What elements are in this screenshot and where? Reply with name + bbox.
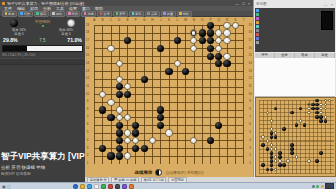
board-point-G15[interactable]	[140, 52, 148, 60]
board-point-O2[interactable]	[198, 152, 206, 160]
board-point-J18[interactable]	[157, 29, 165, 37]
board-point-E6[interactable]	[123, 121, 131, 129]
board-point-S18[interactable]	[231, 29, 239, 37]
board-point-H13[interactable]	[148, 68, 156, 76]
board-point-A11[interactable]	[90, 83, 98, 91]
board-point-O11[interactable]	[198, 83, 206, 91]
board-point-G14[interactable]	[140, 60, 148, 68]
board-point-C11[interactable]	[107, 83, 115, 91]
board-point-T8[interactable]	[240, 106, 248, 114]
board-point-B7[interactable]	[98, 114, 106, 122]
board-point-K15[interactable]	[165, 52, 173, 60]
board-point-H7[interactable]	[148, 114, 156, 122]
board-point-L17[interactable]	[173, 37, 181, 45]
board-point-K9[interactable]	[165, 98, 173, 106]
board-point-R9[interactable]	[223, 98, 231, 106]
board-point-C18[interactable]	[107, 29, 115, 37]
board-point-N4[interactable]	[190, 137, 198, 145]
board-point-G7[interactable]	[140, 114, 148, 122]
board-point-T12[interactable]	[240, 75, 248, 83]
board-point-M15[interactable]	[181, 52, 189, 60]
board-point-M12[interactable]	[181, 75, 189, 83]
board-point-J4[interactable]	[157, 137, 165, 145]
board-point-Q7[interactable]	[215, 114, 223, 122]
board-point-J5[interactable]	[157, 129, 165, 137]
board-point-C4[interactable]	[107, 137, 115, 145]
board-point-P6[interactable]	[206, 121, 214, 129]
board-point-B4[interactable]	[98, 137, 106, 145]
board-point-R11[interactable]	[223, 83, 231, 91]
board-point-H3[interactable]	[148, 145, 156, 153]
board-point-S1[interactable]	[231, 160, 239, 168]
panel-tool-icon-3[interactable]	[256, 21, 259, 24]
board-point-J11[interactable]	[157, 83, 165, 91]
board-point-Q14[interactable]	[215, 60, 223, 68]
board-point-J6[interactable]	[157, 121, 165, 129]
board-point-E15[interactable]	[123, 52, 131, 60]
toolbar-button-点目[interactable]: 点目	[145, 11, 160, 17]
board-point-O14[interactable]	[198, 60, 206, 68]
board-point-B15[interactable]	[98, 52, 106, 60]
board-point-G8[interactable]	[140, 106, 148, 114]
board-point-E10[interactable]	[123, 91, 131, 99]
board-point-R5[interactable]	[223, 129, 231, 137]
board-point-T1[interactable]	[332, 171, 336, 175]
board-point-Q8[interactable]	[215, 106, 223, 114]
board-point-C7[interactable]	[107, 114, 115, 122]
board-point-F10[interactable]	[132, 91, 140, 99]
taskbar-left-icon[interactable]: ▣	[2, 184, 6, 189]
panel-tool-icon-0[interactable]	[256, 9, 259, 12]
auto-play-label[interactable]: 自动播放(P) 变化图(O)	[165, 170, 203, 175]
board-point-A14[interactable]	[90, 60, 98, 68]
board-point-M8[interactable]	[181, 106, 189, 114]
tray-icon-2[interactable]	[321, 185, 324, 188]
taskbar-app-icon-3[interactable]	[94, 184, 99, 189]
board-point-S10[interactable]	[231, 91, 239, 99]
board-point-Q17[interactable]	[215, 37, 223, 45]
board-point-H4[interactable]	[148, 137, 156, 145]
board-point-P11[interactable]	[206, 83, 214, 91]
board-point-T14[interactable]	[240, 60, 248, 68]
board-point-F7[interactable]	[132, 114, 140, 122]
board-point-G3[interactable]	[140, 145, 148, 153]
board-point-S13[interactable]	[231, 68, 239, 76]
board-point-G16[interactable]	[140, 45, 148, 53]
board-point-R7[interactable]	[223, 114, 231, 122]
board-point-R6[interactable]	[223, 121, 231, 129]
board-point-N18[interactable]	[190, 29, 198, 37]
board-point-N3[interactable]	[190, 145, 198, 153]
board-point-T19[interactable]	[240, 22, 248, 30]
board-point-P17[interactable]	[206, 37, 214, 45]
board-point-N8[interactable]	[190, 106, 198, 114]
board-point-F14[interactable]	[132, 60, 140, 68]
board-point-F18[interactable]	[132, 29, 140, 37]
board-point-C12[interactable]	[107, 75, 115, 83]
board-point-P1[interactable]	[206, 160, 214, 168]
board-point-F12[interactable]	[132, 75, 140, 83]
board-point-S17[interactable]	[231, 37, 239, 45]
board-point-Q10[interactable]	[215, 91, 223, 99]
board-point-C1[interactable]	[107, 160, 115, 168]
board-point-D15[interactable]	[115, 52, 123, 60]
board-point-J3[interactable]	[157, 145, 165, 153]
board-point-J2[interactable]	[157, 152, 165, 160]
board-point-L14[interactable]	[173, 60, 181, 68]
board-point-T11[interactable]	[240, 83, 248, 91]
taskbar-app-icon-1[interactable]	[80, 184, 85, 189]
board-point-A17[interactable]	[90, 37, 98, 45]
toolbar-button-悔棋[interactable]: 悔棋	[66, 11, 81, 17]
board-point-K2[interactable]	[165, 152, 173, 160]
board-point-H9[interactable]	[148, 98, 156, 106]
board-point-A5[interactable]	[90, 129, 98, 137]
taskbar-app-icon-8[interactable]	[129, 184, 134, 189]
board-point-E12[interactable]	[123, 75, 131, 83]
board-point-G18[interactable]	[140, 29, 148, 37]
board-point-J10[interactable]	[157, 91, 165, 99]
board-point-N14[interactable]	[190, 60, 198, 68]
toolbar-button-前进[interactable]: 前进	[81, 11, 96, 17]
board-point-S2[interactable]	[231, 152, 239, 160]
board-point-D10[interactable]	[115, 91, 123, 99]
board-point-L18[interactable]	[173, 29, 181, 37]
taskbar-app-icon-6[interactable]	[115, 184, 120, 189]
board-point-P2[interactable]	[206, 152, 214, 160]
board-point-R10[interactable]	[223, 91, 231, 99]
board-point-L15[interactable]	[173, 52, 181, 60]
board-point-D4[interactable]	[115, 137, 123, 145]
board-point-Q9[interactable]	[215, 98, 223, 106]
board-point-O9[interactable]	[198, 98, 206, 106]
board-point-E5[interactable]	[123, 129, 131, 137]
board-point-K18[interactable]	[165, 29, 173, 37]
board-point-M1[interactable]	[181, 160, 189, 168]
board-point-C10[interactable]	[107, 91, 115, 99]
board-point-B9[interactable]	[98, 98, 106, 106]
board-point-L16[interactable]	[173, 45, 181, 53]
board-point-L6[interactable]	[173, 121, 181, 129]
board-point-K16[interactable]	[165, 45, 173, 53]
board-point-Q18[interactable]	[215, 29, 223, 37]
board-point-C9[interactable]	[107, 98, 115, 106]
panel-tool-icon-2[interactable]	[256, 17, 259, 20]
board-point-T13[interactable]	[240, 68, 248, 76]
board-point-R19[interactable]	[223, 22, 231, 30]
toolbar-button-暂停[interactable]: 暂停	[97, 11, 112, 17]
board-point-H15[interactable]	[148, 52, 156, 60]
board-point-R8[interactable]	[223, 106, 231, 114]
board-point-J19[interactable]	[157, 22, 165, 30]
board-point-H8[interactable]	[148, 106, 156, 114]
board-point-B16[interactable]	[98, 45, 106, 53]
board-point-P19[interactable]	[206, 22, 214, 30]
toolbar-button-打开[interactable]: 打开	[18, 11, 33, 17]
board-point-H16[interactable]	[148, 45, 156, 53]
board-point-R1[interactable]	[223, 160, 231, 168]
board-point-E3[interactable]	[123, 145, 131, 153]
board-point-A15[interactable]	[90, 52, 98, 60]
board-point-L7[interactable]	[173, 114, 181, 122]
board-point-D5[interactable]	[115, 129, 123, 137]
board-point-A18[interactable]	[90, 29, 98, 37]
board-point-Q3[interactable]	[215, 145, 223, 153]
board-point-P14[interactable]	[206, 60, 214, 68]
board-point-Q11[interactable]	[215, 83, 223, 91]
board-point-F4[interactable]	[132, 137, 140, 145]
board-point-B14[interactable]	[98, 60, 106, 68]
board-point-S6[interactable]	[231, 121, 239, 129]
board-point-M19[interactable]	[181, 22, 189, 30]
board-point-D18[interactable]	[115, 29, 123, 37]
board-point-O12[interactable]	[198, 75, 206, 83]
board-point-H12[interactable]	[148, 75, 156, 83]
board-point-Q13[interactable]	[215, 68, 223, 76]
board-point-C17[interactable]	[107, 37, 115, 45]
board-point-E18[interactable]	[123, 29, 131, 37]
board-point-H10[interactable]	[148, 91, 156, 99]
board-point-D7[interactable]	[115, 114, 123, 122]
board-point-A13[interactable]	[90, 68, 98, 76]
board-point-K8[interactable]	[165, 106, 173, 114]
board-point-B1[interactable]	[98, 160, 106, 168]
board-point-A6[interactable]	[90, 121, 98, 129]
board-point-J14[interactable]	[157, 60, 165, 68]
board-point-F8[interactable]	[132, 106, 140, 114]
board-point-G13[interactable]	[140, 68, 148, 76]
board-point-G11[interactable]	[140, 83, 148, 91]
board-point-P8[interactable]	[206, 106, 214, 114]
board-point-M16[interactable]	[181, 45, 189, 53]
window-controls[interactable]: — □ ×	[235, 1, 251, 6]
board-point-R16[interactable]	[223, 45, 231, 53]
taskbar-app-icon-7[interactable]	[122, 184, 127, 189]
board-point-P13[interactable]	[206, 68, 214, 76]
board-point-B3[interactable]	[98, 145, 106, 153]
board-point-O1[interactable]	[198, 160, 206, 168]
board-point-E11[interactable]	[123, 83, 131, 91]
board-point-B8[interactable]	[98, 106, 106, 114]
board-point-D11[interactable]	[115, 83, 123, 91]
board-point-S16[interactable]	[231, 45, 239, 53]
board-point-B19[interactable]	[98, 22, 106, 30]
board-point-D17[interactable]	[115, 37, 123, 45]
board-point-N2[interactable]	[190, 152, 198, 160]
board-point-M4[interactable]	[181, 137, 189, 145]
board-point-S9[interactable]	[231, 98, 239, 106]
board-point-M18[interactable]	[181, 29, 189, 37]
board-point-H5[interactable]	[148, 129, 156, 137]
board-point-T1[interactable]	[240, 160, 248, 168]
board-point-O4[interactable]	[198, 137, 206, 145]
board-point-M11[interactable]	[181, 83, 189, 91]
board-point-S5[interactable]	[231, 129, 239, 137]
board-point-K17[interactable]	[165, 37, 173, 45]
board-point-R4[interactable]	[223, 137, 231, 145]
board-point-Q12[interactable]	[215, 75, 223, 83]
board-point-R17[interactable]	[223, 37, 231, 45]
board-point-C2[interactable]	[107, 152, 115, 160]
board-point-O3[interactable]	[198, 145, 206, 153]
board-point-O6[interactable]	[198, 121, 206, 129]
board-point-B11[interactable]	[98, 83, 106, 91]
board-point-K1[interactable]	[165, 160, 173, 168]
taskbar-left-icon[interactable]: ◻	[7, 184, 10, 189]
continuous-play-label[interactable]: 连续播放	[134, 170, 152, 175]
board-point-F2[interactable]	[132, 152, 140, 160]
board-point-R3[interactable]	[223, 145, 231, 153]
board-point-F16[interactable]	[132, 45, 140, 53]
board-point-K19[interactable]	[165, 22, 173, 30]
board-point-R13[interactable]	[223, 68, 231, 76]
board-point-T17[interactable]	[240, 37, 248, 45]
board-point-H2[interactable]	[148, 152, 156, 160]
board-point-A2[interactable]	[90, 152, 98, 160]
board-point-D19[interactable]	[115, 22, 123, 30]
board-point-F3[interactable]	[132, 145, 140, 153]
board-point-L8[interactable]	[173, 106, 181, 114]
board-point-G4[interactable]	[140, 137, 148, 145]
board-point-L11[interactable]	[173, 83, 181, 91]
board-point-L10[interactable]	[173, 91, 181, 99]
board-point-F19[interactable]	[132, 22, 140, 30]
board-point-H18[interactable]	[148, 29, 156, 37]
board-point-B10[interactable]	[98, 91, 106, 99]
board-point-P16[interactable]	[206, 45, 214, 53]
board-point-N10[interactable]	[190, 91, 198, 99]
board-point-S11[interactable]	[231, 83, 239, 91]
board-point-D14[interactable]	[115, 60, 123, 68]
taskbar-app-icon-5[interactable]	[108, 184, 113, 189]
board-point-A10[interactable]	[90, 91, 98, 99]
board-point-A7[interactable]	[90, 114, 98, 122]
board-point-E7[interactable]	[123, 114, 131, 122]
board-point-O17[interactable]	[198, 37, 206, 45]
board-point-O13[interactable]	[198, 68, 206, 76]
board-point-E16[interactable]	[123, 45, 131, 53]
toolbar-button-导出[interactable]: 导出	[50, 11, 65, 17]
mini-go-board[interactable]	[255, 97, 336, 177]
board-point-F15[interactable]	[132, 52, 140, 60]
board-point-C15[interactable]	[107, 52, 115, 60]
board-point-N16[interactable]	[190, 45, 198, 53]
board-point-E19[interactable]	[123, 22, 131, 30]
toolbar-button-保存[interactable]: 保存	[34, 11, 49, 17]
board-point-D3[interactable]	[115, 145, 123, 153]
board-point-M10[interactable]	[181, 91, 189, 99]
board-point-G1[interactable]	[140, 160, 148, 168]
board-point-K10[interactable]	[165, 91, 173, 99]
board-point-T5[interactable]	[240, 129, 248, 137]
board-point-B2[interactable]	[98, 152, 106, 160]
board-point-B13[interactable]	[98, 68, 106, 76]
board-point-O10[interactable]	[198, 91, 206, 99]
board-point-O7[interactable]	[198, 114, 206, 122]
board-point-O18[interactable]	[198, 29, 206, 37]
board-point-F6[interactable]	[132, 121, 140, 129]
board-point-A3[interactable]	[90, 145, 98, 153]
board-point-P5[interactable]	[206, 129, 214, 137]
board-point-J1[interactable]	[157, 160, 165, 168]
board-point-N15[interactable]	[190, 52, 198, 60]
board-point-E13[interactable]	[123, 68, 131, 76]
board-point-S4[interactable]	[231, 137, 239, 145]
board-point-K14[interactable]	[165, 60, 173, 68]
board-point-R2[interactable]	[223, 152, 231, 160]
board-point-H14[interactable]	[148, 60, 156, 68]
board-point-M3[interactable]	[181, 145, 189, 153]
board-point-M17[interactable]	[181, 37, 189, 45]
board-point-T9[interactable]	[240, 98, 248, 106]
board-point-G17[interactable]	[140, 37, 148, 45]
board-point-K12[interactable]	[165, 75, 173, 83]
board-point-P3[interactable]	[206, 145, 214, 153]
board-point-P18[interactable]	[206, 29, 214, 37]
board-point-A16[interactable]	[90, 45, 98, 53]
board-point-A19[interactable]	[90, 22, 98, 30]
board-point-K4[interactable]	[165, 137, 173, 145]
board-point-M6[interactable]	[181, 121, 189, 129]
board-point-A4[interactable]	[90, 137, 98, 145]
board-point-H11[interactable]	[148, 83, 156, 91]
board-point-T10[interactable]	[240, 91, 248, 99]
board-point-G12[interactable]	[140, 75, 148, 83]
board-point-K3[interactable]	[165, 145, 173, 153]
board-point-L5[interactable]	[173, 129, 181, 137]
toolbar-button-设置[interactable]: 设置	[161, 11, 176, 17]
board-point-Q16[interactable]	[215, 45, 223, 53]
board-point-Q5[interactable]	[215, 129, 223, 137]
board-point-O8[interactable]	[198, 106, 206, 114]
board-point-J16[interactable]	[157, 45, 165, 53]
board-point-O15[interactable]	[198, 52, 206, 60]
board-point-D8[interactable]	[115, 106, 123, 114]
board-point-S12[interactable]	[231, 75, 239, 83]
board-point-P12[interactable]	[206, 75, 214, 83]
board-point-F11[interactable]	[132, 83, 140, 91]
panel-tool-icon-7[interactable]	[256, 37, 259, 40]
board-point-G2[interactable]	[140, 152, 148, 160]
board-point-P7[interactable]	[206, 114, 214, 122]
toolbar-button-帮助[interactable]: 帮助	[177, 11, 192, 17]
board-point-G9[interactable]	[140, 98, 148, 106]
board-point-T18[interactable]	[240, 29, 248, 37]
board-point-C16[interactable]	[107, 45, 115, 53]
board-point-C6[interactable]	[107, 121, 115, 129]
board-point-D9[interactable]	[115, 98, 123, 106]
board-point-S19[interactable]	[231, 22, 239, 30]
board-point-L3[interactable]	[173, 145, 181, 153]
board-point-C5[interactable]	[107, 129, 115, 137]
board-point-M14[interactable]	[181, 60, 189, 68]
board-point-F1[interactable]	[132, 160, 140, 168]
board-point-A8[interactable]	[90, 106, 98, 114]
board-point-K11[interactable]	[165, 83, 173, 91]
panel-tool-icon-6[interactable]	[256, 33, 259, 36]
board-point-R12[interactable]	[223, 75, 231, 83]
board-point-F13[interactable]	[132, 68, 140, 76]
board-point-E1[interactable]	[123, 160, 131, 168]
board-point-G10[interactable]	[140, 91, 148, 99]
board-point-C8[interactable]	[107, 106, 115, 114]
board-point-E9[interactable]	[123, 98, 131, 106]
panel-tool-icon-1[interactable]	[256, 13, 259, 16]
board-point-O5[interactable]	[198, 129, 206, 137]
board-point-J13[interactable]	[157, 68, 165, 76]
board-point-E2[interactable]	[123, 152, 131, 160]
board-point-L12[interactable]	[173, 75, 181, 83]
